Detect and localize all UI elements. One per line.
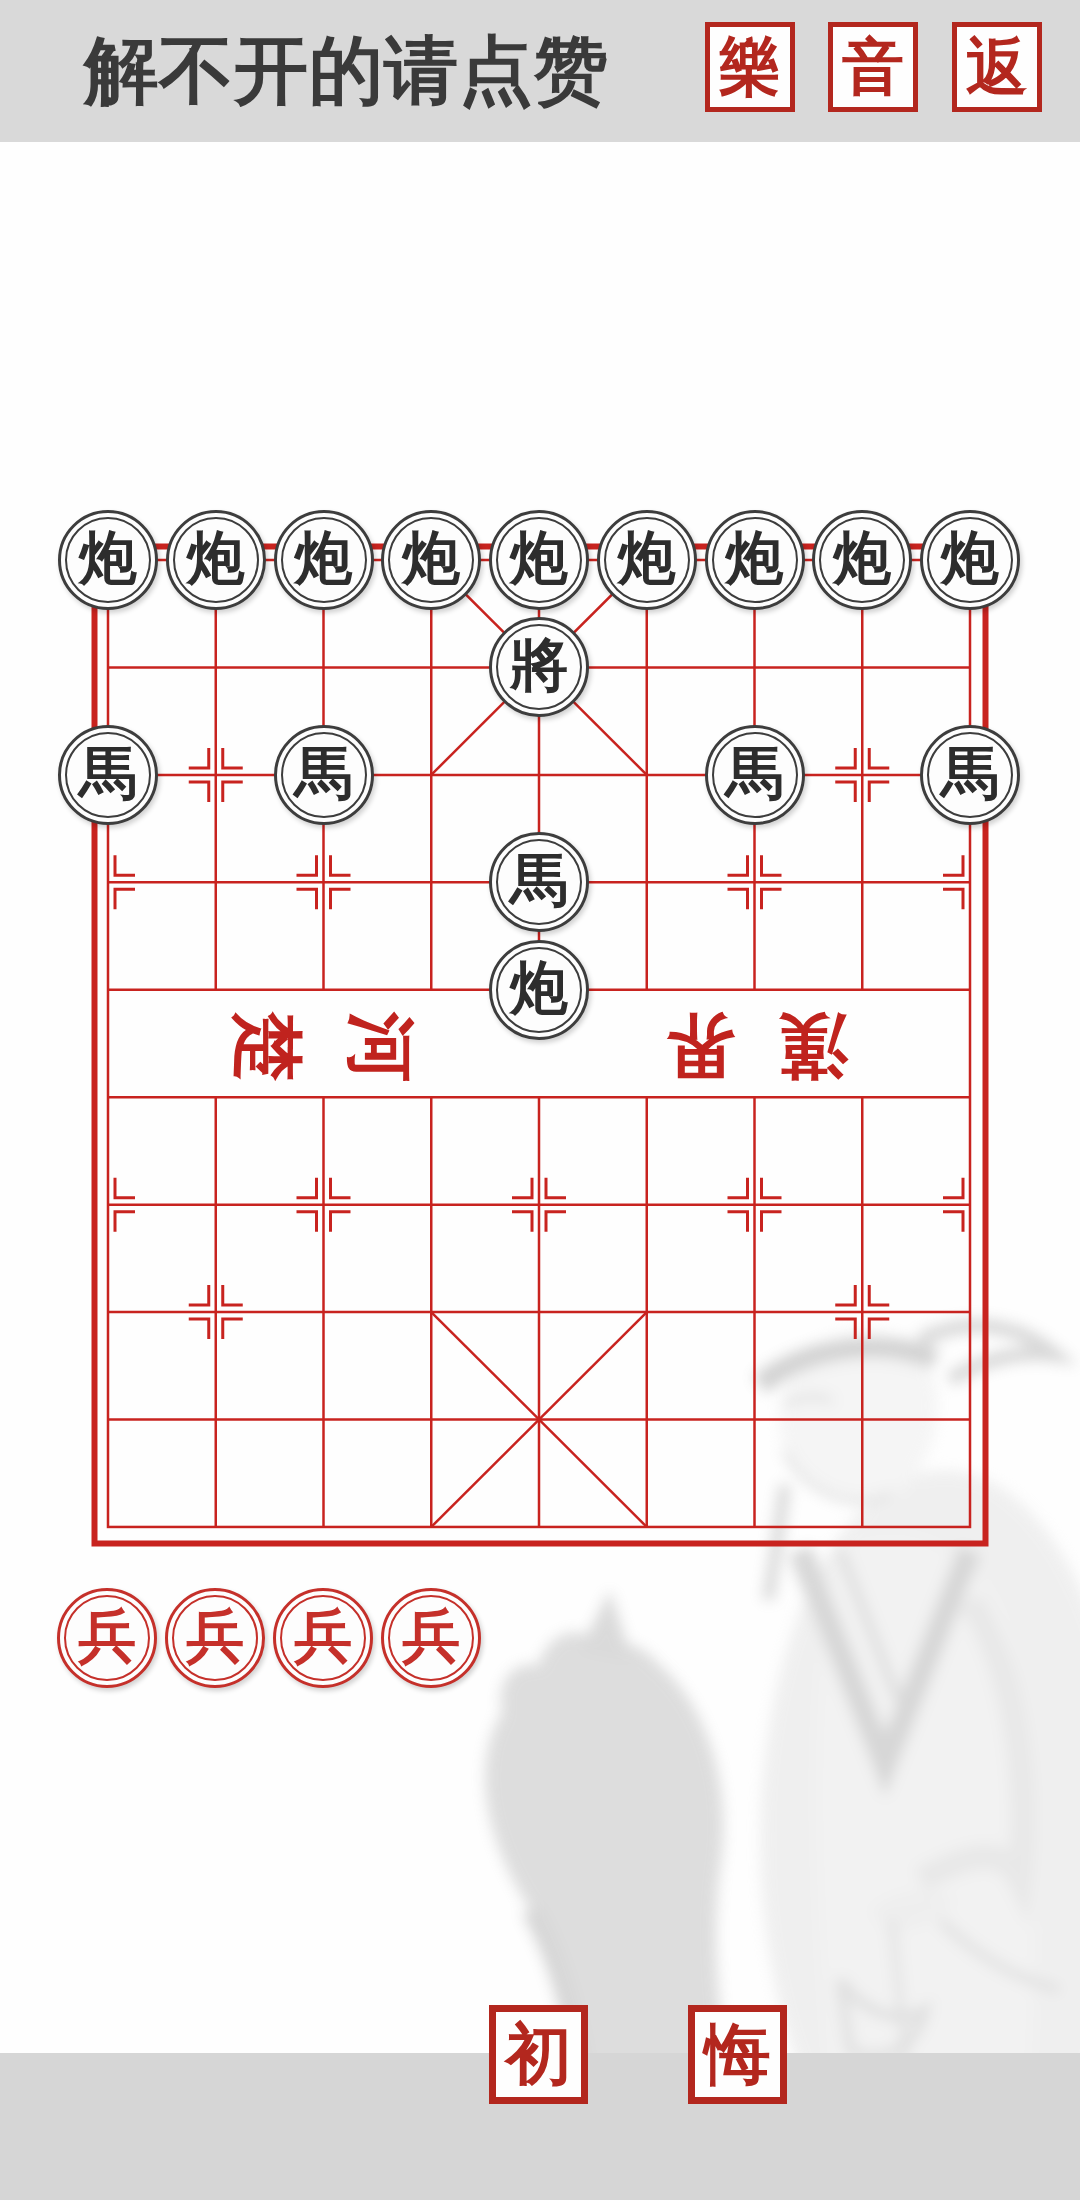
piece-black-horse-f2r2[interactable]: 馬 [274,725,374,825]
piece-black-horse-f8r2[interactable]: 馬 [920,725,1020,825]
piece-glyph: 將 [510,637,568,697]
piece-black-cannon-f5r0[interactable]: 炮 [597,510,697,610]
piece-glyph: 炮 [833,530,891,590]
piece-glyph: 馬 [941,745,999,805]
piece-glyph: 炮 [510,530,568,590]
piece-glyph: 馬 [726,745,784,805]
piece-black-cannon-f4r0[interactable]: 炮 [489,510,589,610]
piece-black-cannon-f6r0[interactable]: 炮 [705,510,805,610]
piece-glyph: 炮 [941,530,999,590]
piece-black-cannon-f8r0[interactable]: 炮 [920,510,1020,610]
page-title: 解不开的请点赞 [84,22,609,122]
tray-piece-red-soldier-2[interactable]: 兵 [273,1588,373,1688]
piece-black-cannon-f7r0[interactable]: 炮 [812,510,912,610]
piece-glyph: 馬 [79,745,137,805]
reset-button[interactable]: 初 [489,2005,588,2104]
header-bar: 解不开的请点赞 樂 音 返 [0,0,1080,142]
piece-black-cannon-f4r4[interactable]: 炮 [489,940,589,1040]
piece-black-horse-f6r2[interactable]: 馬 [705,725,805,825]
piece-glyph: 兵 [294,1608,352,1668]
piece-glyph: 炮 [726,530,784,590]
piece-glyph: 炮 [510,960,568,1020]
tray-piece-red-soldier-0[interactable]: 兵 [57,1588,157,1688]
piece-glyph: 馬 [510,852,568,912]
piece-black-cannon-f2r0[interactable]: 炮 [274,510,374,610]
piece-glyph: 馬 [295,745,353,805]
music-button[interactable]: 樂 [705,22,795,112]
tray-piece-red-soldier-3[interactable]: 兵 [381,1588,481,1688]
app-screen: 解不开的请点赞 樂 音 返 [0,0,1080,2200]
sound-button[interactable]: 音 [828,22,918,112]
tray-piece-red-soldier-1[interactable]: 兵 [165,1588,265,1688]
piece-glyph: 炮 [295,530,353,590]
piece-black-cannon-f3r0[interactable]: 炮 [381,510,481,610]
piece-black-cannon-f0r0[interactable]: 炮 [58,510,158,610]
piece-glyph: 兵 [186,1608,244,1668]
piece-black-horse-f4r3[interactable]: 馬 [489,832,589,932]
piece-black-general-f4r1[interactable]: 將 [489,617,589,717]
piece-black-horse-f0r2[interactable]: 馬 [58,725,158,825]
back-button[interactable]: 返 [952,22,1042,112]
undo-button[interactable]: 悔 [688,2005,787,2104]
piece-glyph: 兵 [78,1608,136,1668]
piece-glyph: 炮 [79,530,137,590]
piece-black-cannon-f1r0[interactable]: 炮 [166,510,266,610]
piece-glyph: 炮 [618,530,676,590]
piece-glyph: 炮 [402,530,460,590]
piece-glyph: 兵 [402,1608,460,1668]
piece-glyph: 炮 [187,530,245,590]
